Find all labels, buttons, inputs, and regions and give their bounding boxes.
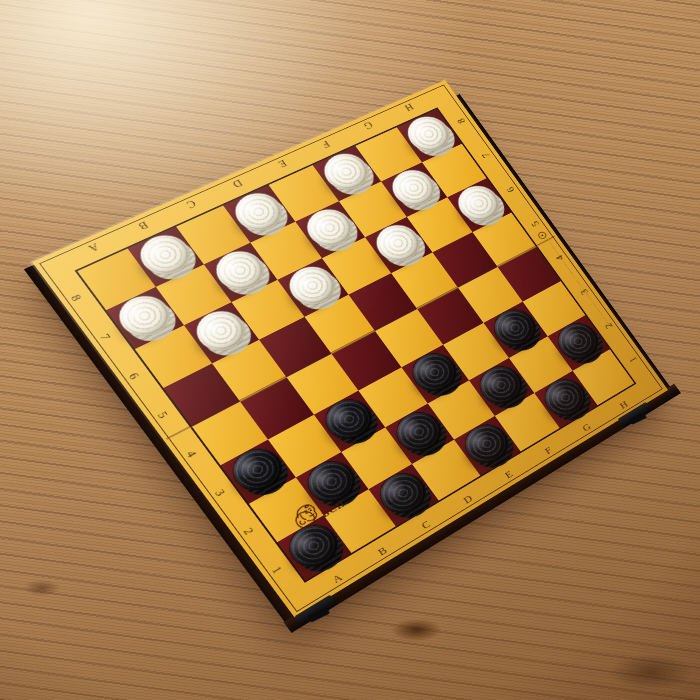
logo-text: ВСП xyxy=(319,498,347,519)
certification-mark-icon xyxy=(537,231,548,240)
photo-scene: ВСП ···· ·········· ·· ··············· ·… xyxy=(0,0,700,700)
